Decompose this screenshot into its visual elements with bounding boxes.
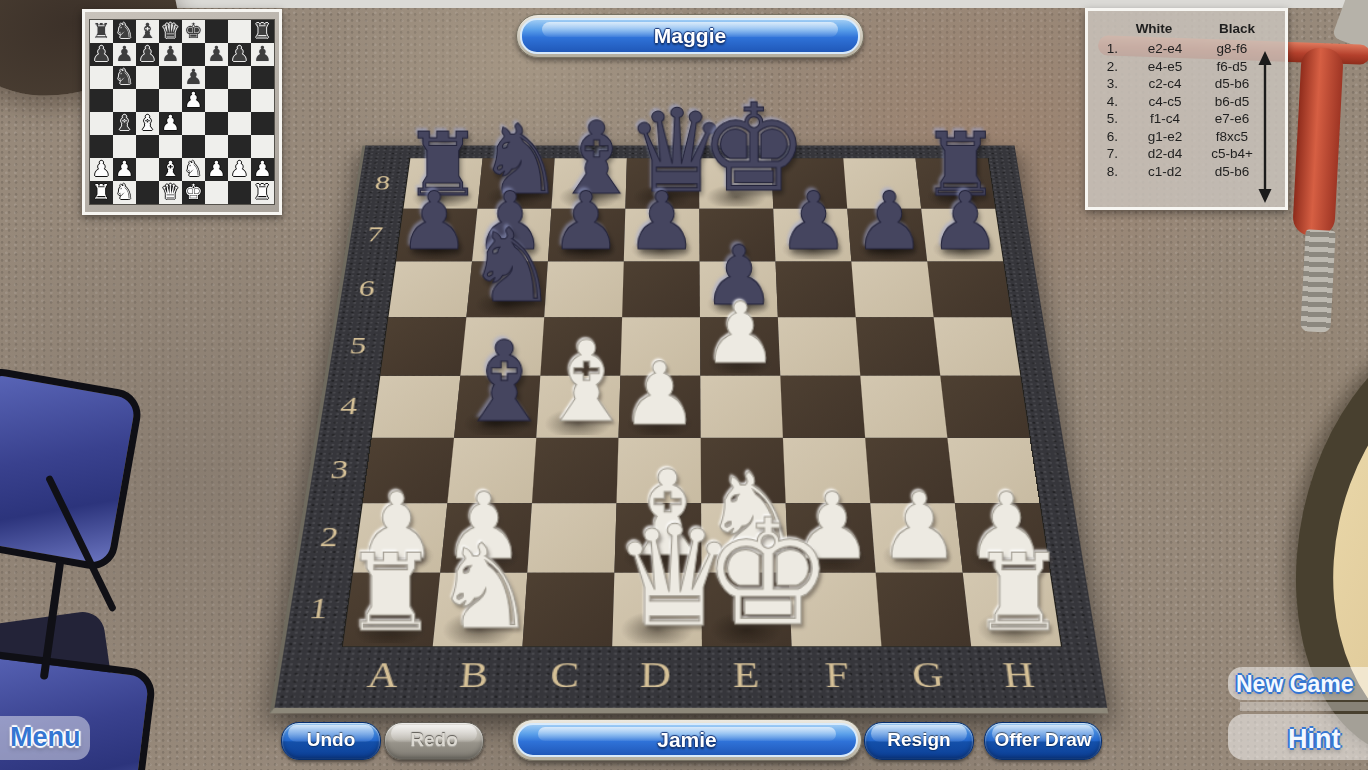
- black-queen: ♛: [625, 94, 699, 209]
- mini-black-rook: ♜: [90, 20, 113, 43]
- white-pawn: ♟: [789, 481, 876, 573]
- mini-square-h4: [251, 112, 274, 135]
- mini-white-pawn: ♟: [251, 158, 274, 181]
- square-b5[interactable]: [460, 317, 544, 376]
- mini-black-pawn: ♟: [159, 43, 182, 66]
- black-column-header: Black: [1202, 21, 1272, 36]
- square-g2[interactable]: ♟: [870, 503, 963, 572]
- mini-white-queen: ♛: [159, 181, 182, 204]
- move-row: 7.d2-d4c5-b4+: [1088, 145, 1285, 163]
- mini-square-c2: [136, 158, 159, 181]
- mini-black-pawn: ♟: [205, 43, 228, 66]
- mini-square-h1: ♜: [251, 181, 274, 204]
- mini-square-f3: [205, 135, 228, 158]
- move-list-panel: White Black 1.e2-e4g8-f62.e4-e5f6-d53.c2…: [1085, 8, 1288, 210]
- rank-label-8: 8: [355, 158, 409, 208]
- square-g1[interactable]: [876, 573, 971, 647]
- screwdriver-handle-decoration: [1292, 47, 1344, 237]
- mini-square-h6: [251, 66, 274, 89]
- square-b6[interactable]: ♞: [466, 261, 548, 317]
- white-move: c1-d2: [1118, 163, 1198, 181]
- rank-label-3: 3: [308, 437, 371, 502]
- square-b1[interactable]: ♞: [433, 573, 528, 647]
- mini-square-d7: ♟: [159, 43, 182, 66]
- mini-square-f5: [205, 89, 228, 112]
- mini-square-e6: ♟: [182, 66, 205, 89]
- mini-board-panel: ♜♞♝♛♚♜♟♟♟♟♟♟♟♞♟♟♝♝♟♟♟♝♞♟♟♟♜♞♛♚♜: [82, 9, 282, 215]
- rank-label-4: 4: [318, 375, 379, 437]
- black-move: f8xc5: [1198, 128, 1266, 146]
- mini-white-bishop: ♝: [159, 158, 182, 181]
- mini-black-pawn: ♟: [251, 43, 274, 66]
- black-rook: ♜: [921, 120, 995, 208]
- mini-square-c7: ♟: [136, 43, 159, 66]
- square-a7[interactable]: ♟: [396, 209, 477, 262]
- move-number: 8.: [1088, 163, 1118, 181]
- file-label-d: D: [609, 649, 701, 701]
- mini-square-b1: ♞: [113, 181, 136, 204]
- redo-button[interactable]: Redo: [384, 722, 484, 760]
- square-g7[interactable]: ♟: [847, 209, 927, 262]
- mini-white-pawn: ♟: [113, 158, 136, 181]
- mini-square-a8: ♜: [90, 20, 113, 43]
- mini-square-e4: [182, 112, 205, 135]
- mini-black-pawn: ♟: [113, 43, 136, 66]
- screwdriver-ferrule-decoration: [1300, 229, 1335, 332]
- mini-square-c8: ♝: [136, 20, 159, 43]
- mini-square-e8: ♚: [182, 20, 205, 43]
- square-g5[interactable]: [856, 317, 941, 376]
- move-number: 5.: [1088, 110, 1118, 128]
- square-e5[interactable]: ♟: [700, 317, 780, 376]
- move-row: 8.c1-d2d5-b6: [1088, 163, 1285, 181]
- rank-label-2: 2: [296, 502, 361, 571]
- square-c4[interactable]: ♝: [536, 376, 620, 438]
- file-label-a: A: [334, 649, 431, 701]
- square-h2[interactable]: ♟: [955, 503, 1050, 572]
- rank-label-6: 6: [338, 261, 395, 317]
- mini-square-g5: [228, 89, 251, 112]
- file-label-f: F: [791, 649, 885, 701]
- mini-square-f4: [205, 112, 228, 135]
- square-e1[interactable]: ♚: [702, 573, 792, 647]
- white-pawn: ♟: [353, 481, 440, 573]
- square-h1[interactable]: ♜: [963, 573, 1061, 647]
- square-h8[interactable]: ♜: [915, 158, 995, 208]
- mini-square-c6: [136, 66, 159, 89]
- mini-square-d1: ♛: [159, 181, 182, 204]
- move-row: 2.e4-e5f6-d5: [1088, 58, 1285, 76]
- black-rook: ♜: [403, 120, 477, 208]
- square-f6[interactable]: [776, 261, 856, 317]
- move-list: 1.e2-e4g8-f62.e4-e5f6-d53.c2-c4d5-b64.c4…: [1088, 40, 1285, 180]
- mini-square-d2: ♝: [159, 158, 182, 181]
- move-row: 1.e2-e4g8-f6: [1088, 40, 1285, 58]
- mini-black-pawn: ♟: [90, 43, 113, 66]
- black-player-banner[interactable]: Maggie: [516, 14, 864, 58]
- move-number: 1.: [1088, 40, 1118, 58]
- app-window: ♜♞♝♛♚♜♟♟♟♟♟♟♟♞♟♟♝♝♟♟♟♝♞♟♟♟♜♞♛♚♜ ABCDEFGH…: [0, 0, 1368, 770]
- square-f2[interactable]: ♟: [786, 503, 876, 572]
- mini-square-e1: ♚: [182, 181, 205, 204]
- mini-square-c4: ♝: [136, 112, 159, 135]
- square-f7[interactable]: ♟: [773, 209, 851, 262]
- rank-label-5: 5: [328, 316, 387, 375]
- square-b2[interactable]: ♟: [440, 503, 532, 572]
- file-labels: ABCDEFGH: [334, 649, 1068, 701]
- square-e6[interactable]: ♟: [700, 261, 778, 317]
- mini-square-d6: [159, 66, 182, 89]
- file-label-c: C: [518, 649, 611, 701]
- white-move: e2-e4: [1118, 40, 1198, 58]
- square-d4[interactable]: ♟: [618, 376, 700, 438]
- square-g3[interactable]: [865, 438, 955, 504]
- square-a3[interactable]: [363, 438, 454, 504]
- square-c2[interactable]: [527, 503, 616, 572]
- mini-square-f1: [205, 181, 228, 204]
- square-a1[interactable]: ♜: [343, 573, 440, 647]
- black-move: e7-e6: [1198, 110, 1266, 128]
- file-label-g: G: [880, 649, 976, 701]
- divider-strip: [1240, 702, 1368, 711]
- mini-square-c1: [136, 181, 159, 204]
- square-e3[interactable]: [701, 438, 786, 504]
- move-row: 3.c2-c4d5-b6: [1088, 75, 1285, 93]
- square-d5[interactable]: [620, 317, 700, 376]
- mini-black-rook: ♜: [251, 20, 274, 43]
- hint-button[interactable]: Hint: [1288, 724, 1340, 755]
- black-move: b6-d5: [1198, 93, 1266, 111]
- black-player-name: Maggie: [654, 24, 726, 47]
- mini-square-b3: [113, 135, 136, 158]
- black-move: c5-b4+: [1198, 145, 1266, 163]
- offer-draw-button[interactable]: Offer Draw: [984, 722, 1102, 760]
- chess-board-frame: ♜♞♝♛♚♜♟♟♟♟♟♟♟♞♟♟♝♝♟♟♟♝♞♟♟♟♜♞♛♚♜ ABCDEFGH…: [270, 146, 1108, 714]
- square-c8[interactable]: ♝: [551, 158, 626, 208]
- mini-square-b2: ♟: [113, 158, 136, 181]
- mini-square-a6: [90, 66, 113, 89]
- white-move: d2-d4: [1118, 145, 1198, 163]
- square-g8[interactable]: [843, 158, 921, 208]
- mini-square-c3: [136, 135, 159, 158]
- square-f1[interactable]: [789, 573, 882, 647]
- mini-square-f7: ♟: [205, 43, 228, 66]
- sunglasses-lens-decoration: [0, 365, 145, 573]
- black-move: f6-d5: [1198, 58, 1266, 76]
- mini-square-b4: ♝: [113, 112, 136, 135]
- mini-black-knight: ♞: [113, 20, 136, 43]
- mini-white-bishop: ♝: [136, 112, 159, 135]
- square-h5[interactable]: [934, 317, 1021, 376]
- mini-square-g6: [228, 66, 251, 89]
- rank-label-7: 7: [347, 208, 403, 261]
- mini-black-bishop: ♝: [136, 20, 159, 43]
- square-a5[interactable]: [380, 317, 466, 376]
- mini-square-g4: [228, 112, 251, 135]
- undo-button[interactable]: Undo: [281, 722, 381, 760]
- mini-white-pawn: ♟: [228, 158, 251, 181]
- mini-white-king: ♚: [182, 181, 205, 204]
- mini-white-pawn: ♟: [159, 112, 182, 135]
- move-scroll-arrow-icon[interactable]: [1257, 51, 1273, 203]
- square-b4[interactable]: ♝: [454, 376, 540, 438]
- mini-square-h8: ♜: [251, 20, 274, 43]
- mini-square-h5: [251, 89, 274, 112]
- mini-square-a1: ♜: [90, 181, 113, 204]
- black-knight: ♞: [477, 112, 551, 209]
- square-g4[interactable]: [860, 376, 947, 438]
- mini-square-e3: [182, 135, 205, 158]
- mini-square-f2: ♟: [205, 158, 228, 181]
- mini-square-e7: [182, 43, 205, 66]
- mini-square-h2: ♟: [251, 158, 274, 181]
- mini-square-g7: ♟: [228, 43, 251, 66]
- mini-square-b6: ♞: [113, 66, 136, 89]
- white-move: c4-c5: [1118, 93, 1198, 111]
- square-b8[interactable]: ♞: [477, 158, 554, 208]
- mini-white-knight: ♞: [113, 181, 136, 204]
- move-list-header: White Black: [1088, 21, 1285, 36]
- white-move: c2-c4: [1118, 75, 1198, 93]
- square-c3[interactable]: [532, 438, 619, 504]
- white-pawn: ♟: [963, 481, 1050, 573]
- mini-board: ♜♞♝♛♚♜♟♟♟♟♟♟♟♞♟♟♝♝♟♟♟♝♞♟♟♟♜♞♛♚♜: [89, 19, 275, 205]
- black-king: ♚: [699, 87, 773, 208]
- white-move: e4-e5: [1118, 58, 1198, 76]
- mini-square-a7: ♟: [90, 43, 113, 66]
- square-g6[interactable]: [851, 261, 933, 317]
- square-d8[interactable]: ♛: [625, 158, 699, 208]
- square-c1[interactable]: [522, 573, 614, 647]
- square-c7[interactable]: ♟: [548, 209, 625, 262]
- mini-black-knight: ♞: [113, 66, 136, 89]
- square-d2[interactable]: ♝: [614, 503, 701, 572]
- mini-square-e5: ♟: [182, 89, 205, 112]
- square-f8[interactable]: [771, 158, 847, 208]
- mini-square-b7: ♟: [113, 43, 136, 66]
- move-row: 4.c4-c5b6-d5: [1088, 93, 1285, 111]
- move-number: 2.: [1088, 58, 1118, 76]
- move-row: 6.g1-e2f8xc5: [1088, 128, 1285, 146]
- black-bishop: ♝: [551, 108, 625, 209]
- square-e8[interactable]: ♚: [699, 158, 773, 208]
- mini-square-d4: ♟: [159, 112, 182, 135]
- move-number: 4.: [1088, 93, 1118, 111]
- rank-label-1: 1: [285, 572, 353, 646]
- mini-square-a4: [90, 112, 113, 135]
- move-row: 5.f1-c4e7-e6: [1088, 110, 1285, 128]
- mini-black-king: ♚: [182, 20, 205, 43]
- square-a6[interactable]: [388, 261, 472, 317]
- mini-black-queen: ♛: [159, 20, 182, 43]
- square-d1[interactable]: ♛: [612, 573, 702, 647]
- square-b3[interactable]: [447, 438, 536, 504]
- mini-white-rook: ♜: [90, 181, 113, 204]
- white-pawn: ♟: [440, 481, 527, 573]
- black-move: d5-b6: [1198, 163, 1266, 181]
- square-c6[interactable]: [544, 261, 624, 317]
- square-h7[interactable]: ♟: [921, 209, 1003, 262]
- mini-square-g3: [228, 135, 251, 158]
- new-game-button[interactable]: New Game: [1236, 671, 1354, 698]
- resign-button[interactable]: Resign: [864, 722, 974, 760]
- mini-square-g2: ♟: [228, 158, 251, 181]
- mini-black-pawn: ♟: [136, 43, 159, 66]
- square-c5[interactable]: [540, 317, 622, 376]
- mini-square-h7: ♟: [251, 43, 274, 66]
- square-d6[interactable]: [622, 261, 700, 317]
- black-move: g8-f6: [1198, 40, 1266, 58]
- mini-square-e2: ♞: [182, 158, 205, 181]
- mini-square-d5: [159, 89, 182, 112]
- mini-square-f6: [205, 66, 228, 89]
- square-d7[interactable]: ♟: [624, 209, 700, 262]
- mini-square-b5: [113, 89, 136, 112]
- mini-square-f8: [205, 20, 228, 43]
- square-f5[interactable]: [778, 317, 860, 376]
- mini-square-g8: [228, 20, 251, 43]
- mini-square-a2: ♟: [90, 158, 113, 181]
- mini-black-pawn: ♟: [182, 66, 205, 89]
- mini-square-c5: [136, 89, 159, 112]
- square-f3[interactable]: [783, 438, 870, 504]
- menu-button[interactable]: Menu: [10, 722, 81, 753]
- square-h4[interactable]: [940, 376, 1029, 438]
- move-number: 7.: [1088, 145, 1118, 163]
- mini-white-pawn: ♟: [182, 89, 205, 112]
- board-scene: ♜♞♝♛♚♜♟♟♟♟♟♟♟♞♟♟♝♝♟♟♟♝♞♟♟♟♜♞♛♚♜ ABCDEFGH…: [270, 0, 1105, 707]
- mini-square-a3: [90, 135, 113, 158]
- white-move: f1-c4: [1118, 110, 1198, 128]
- mini-black-pawn: ♟: [228, 43, 251, 66]
- mini-square-d3: [159, 135, 182, 158]
- square-h6[interactable]: [927, 261, 1011, 317]
- file-label-h: H: [970, 649, 1068, 701]
- white-player-name: Jamie: [657, 728, 717, 751]
- mini-black-bishop: ♝: [113, 112, 136, 135]
- mini-square-d8: ♛: [159, 20, 182, 43]
- white-column-header: White: [1088, 21, 1202, 36]
- square-h3[interactable]: [947, 438, 1039, 504]
- file-label-b: B: [426, 649, 521, 701]
- square-a4[interactable]: [372, 376, 461, 438]
- mini-square-b8: ♞: [113, 20, 136, 43]
- move-number: 3.: [1088, 75, 1118, 93]
- square-a8[interactable]: ♜: [403, 158, 482, 208]
- mini-square-a5: [90, 89, 113, 112]
- white-pawn: ♟: [876, 481, 963, 573]
- white-move: g1-e2: [1118, 128, 1198, 146]
- mini-white-rook: ♜: [251, 181, 274, 204]
- mini-square-g1: [228, 181, 251, 204]
- square-e2[interactable]: ♞: [701, 503, 789, 572]
- mini-white-pawn: ♟: [205, 158, 228, 181]
- mini-white-knight: ♞: [182, 158, 205, 181]
- mini-square-h3: [251, 135, 274, 158]
- square-d3[interactable]: [617, 438, 702, 504]
- square-e4[interactable]: [700, 376, 783, 438]
- chess-board[interactable]: ♜♞♝♛♚♜♟♟♟♟♟♟♟♞♟♟♝♝♟♟♟♝♞♟♟♟♜♞♛♚♜: [342, 158, 1063, 648]
- white-player-banner[interactable]: Jamie: [512, 719, 862, 761]
- mini-white-pawn: ♟: [90, 158, 113, 181]
- square-f4[interactable]: [780, 376, 865, 438]
- black-move: d5-b6: [1198, 75, 1266, 93]
- file-label-e: E: [701, 649, 793, 701]
- square-b7[interactable]: ♟: [472, 209, 551, 262]
- square-e7[interactable]: [699, 209, 775, 262]
- square-a2[interactable]: ♟: [353, 503, 447, 572]
- move-number: 6.: [1088, 128, 1118, 146]
